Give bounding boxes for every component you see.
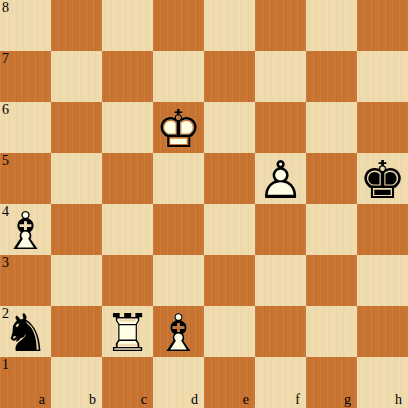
square-f6[interactable]	[255, 102, 306, 153]
square-h4[interactable]	[357, 204, 408, 255]
square-g7[interactable]	[306, 51, 357, 102]
file-label-g: g	[344, 393, 351, 407]
file-label-e: e	[243, 393, 249, 407]
square-c5[interactable]	[102, 153, 153, 204]
square-c7[interactable]	[102, 51, 153, 102]
square-f1[interactable]: f	[255, 357, 306, 408]
file-label-d: d	[191, 393, 198, 407]
square-b3[interactable]	[51, 255, 102, 306]
file-label-c: c	[141, 393, 147, 407]
square-h6[interactable]	[357, 102, 408, 153]
square-e2[interactable]	[204, 306, 255, 357]
black-king-glyph: ♚	[357, 154, 408, 205]
square-d2[interactable]: ♝♗	[153, 306, 204, 357]
square-a2[interactable]: 2♞	[0, 306, 51, 357]
square-d8[interactable]	[153, 0, 204, 51]
square-f5[interactable]: ♟♙	[255, 153, 306, 204]
square-a7[interactable]: 7	[0, 51, 51, 102]
rank-label-3: 3	[2, 256, 9, 270]
square-a3[interactable]: 3	[0, 255, 51, 306]
square-c4[interactable]	[102, 204, 153, 255]
square-e8[interactable]	[204, 0, 255, 51]
square-c8[interactable]	[102, 0, 153, 51]
square-a1[interactable]: 1a	[0, 357, 51, 408]
square-b2[interactable]	[51, 306, 102, 357]
square-d7[interactable]	[153, 51, 204, 102]
square-f7[interactable]	[255, 51, 306, 102]
square-b1[interactable]: b	[51, 357, 102, 408]
chess-board: 876♚♔5♟♙♚4♝♗32♞♜♖♝♗1abcdefgh	[0, 0, 408, 408]
file-label-f: f	[295, 393, 300, 407]
square-d6[interactable]: ♚♔	[153, 102, 204, 153]
square-e3[interactable]	[204, 255, 255, 306]
rank-label-4: 4	[2, 205, 9, 219]
square-a4[interactable]: 4♝♗	[0, 204, 51, 255]
square-g5[interactable]	[306, 153, 357, 204]
square-d4[interactable]	[153, 204, 204, 255]
square-d3[interactable]	[153, 255, 204, 306]
square-f2[interactable]	[255, 306, 306, 357]
white-rook-outline-glyph: ♖	[102, 307, 153, 358]
square-h3[interactable]	[357, 255, 408, 306]
file-label-b: b	[89, 393, 96, 407]
square-a6[interactable]: 6	[0, 102, 51, 153]
square-g8[interactable]	[306, 0, 357, 51]
square-c2[interactable]: ♜♖	[102, 306, 153, 357]
white-bishop-outline-glyph: ♗	[153, 307, 204, 358]
square-a5[interactable]: 5	[0, 153, 51, 204]
square-e6[interactable]	[204, 102, 255, 153]
square-d1[interactable]: d	[153, 357, 204, 408]
square-b6[interactable]	[51, 102, 102, 153]
white-bishop-d2[interactable]: ♝♗	[153, 306, 204, 357]
square-h2[interactable]	[357, 306, 408, 357]
rank-label-7: 7	[2, 52, 9, 66]
file-label-h: h	[395, 393, 402, 407]
white-king-d6[interactable]: ♚♔	[153, 102, 204, 153]
square-b5[interactable]	[51, 153, 102, 204]
rank-label-8: 8	[2, 1, 9, 15]
square-g6[interactable]	[306, 102, 357, 153]
square-g1[interactable]: g	[306, 357, 357, 408]
square-b7[interactable]	[51, 51, 102, 102]
square-e7[interactable]	[204, 51, 255, 102]
square-b8[interactable]	[51, 0, 102, 51]
square-c1[interactable]: c	[102, 357, 153, 408]
square-c6[interactable]	[102, 102, 153, 153]
square-h1[interactable]: h	[357, 357, 408, 408]
square-h7[interactable]	[357, 51, 408, 102]
square-g2[interactable]	[306, 306, 357, 357]
square-e5[interactable]	[204, 153, 255, 204]
square-f3[interactable]	[255, 255, 306, 306]
square-d5[interactable]	[153, 153, 204, 204]
square-g3[interactable]	[306, 255, 357, 306]
rank-label-6: 6	[2, 103, 9, 117]
square-h8[interactable]	[357, 0, 408, 51]
square-f4[interactable]	[255, 204, 306, 255]
white-pawn-f5[interactable]: ♟♙	[255, 153, 306, 204]
white-rook-c2[interactable]: ♜♖	[102, 306, 153, 357]
square-b4[interactable]	[51, 204, 102, 255]
square-a8[interactable]: 8	[0, 0, 51, 51]
rank-label-1: 1	[2, 358, 9, 372]
square-h5[interactable]: ♚	[357, 153, 408, 204]
rank-label-2: 2	[2, 307, 9, 321]
rank-label-5: 5	[2, 154, 9, 168]
white-king-outline-glyph: ♔	[153, 103, 204, 154]
square-c3[interactable]	[102, 255, 153, 306]
black-king-h5[interactable]: ♚	[357, 153, 408, 204]
square-e1[interactable]: e	[204, 357, 255, 408]
square-e4[interactable]	[204, 204, 255, 255]
white-pawn-outline-glyph: ♙	[255, 154, 306, 205]
square-g4[interactable]	[306, 204, 357, 255]
file-label-a: a	[39, 393, 45, 407]
square-f8[interactable]	[255, 0, 306, 51]
